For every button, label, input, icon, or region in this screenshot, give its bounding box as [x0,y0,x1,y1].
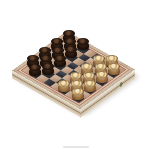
checker-piece-light[interactable] [84,80,96,92]
checker-piece-light[interactable] [96,71,108,83]
piece-top [29,64,41,71]
checker-piece-dark[interactable] [65,46,77,58]
piece-top [63,30,75,37]
checker-piece-dark[interactable] [77,38,89,50]
checker-piece-light[interactable] [108,63,120,75]
watermark [63,146,89,148]
piece-top [39,47,51,54]
checker-piece-light[interactable] [58,80,70,92]
piece-top [64,38,76,45]
checker-piece-dark[interactable] [29,64,41,76]
checker-piece-dark[interactable] [42,63,54,75]
piece-top [52,47,64,54]
checker-piece-light[interactable] [72,88,84,100]
checker-piece-dark[interactable] [54,55,66,67]
piece-top [77,38,89,45]
piece-top [54,55,66,62]
piece-top [83,72,95,79]
piece-top [93,55,105,62]
clasp-icon [120,82,122,88]
piece-top [70,72,82,79]
piece-top [51,38,63,45]
product-photo [0,0,150,150]
piece-top [71,80,83,87]
piece-top [95,63,107,70]
piece-top [106,55,118,62]
piece-top [84,80,96,87]
piece-top [58,80,70,87]
piece-top [108,63,120,70]
